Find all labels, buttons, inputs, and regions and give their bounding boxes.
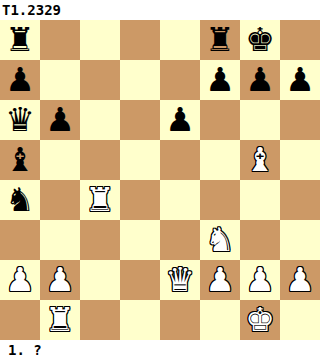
piece-black-pawn: ♟ <box>45 100 75 140</box>
square-b8[interactable] <box>40 20 80 60</box>
square-d1[interactable] <box>120 300 160 340</box>
move-prompt-text: 1. ? <box>8 342 42 358</box>
square-a5[interactable]: ♝ <box>0 140 40 180</box>
square-h2[interactable]: ♟ <box>280 260 320 300</box>
square-g6[interactable] <box>240 100 280 140</box>
square-d5[interactable] <box>120 140 160 180</box>
piece-white-queen: ♛ <box>165 260 195 300</box>
puzzle-title-text: T1.2329 <box>2 2 61 18</box>
square-d7[interactable] <box>120 60 160 100</box>
piece-white-rook: ♜ <box>45 300 75 340</box>
square-f6[interactable] <box>200 100 240 140</box>
square-h1[interactable] <box>280 300 320 340</box>
square-e8[interactable] <box>160 20 200 60</box>
square-b7[interactable] <box>40 60 80 100</box>
square-a6[interactable]: ♛ <box>0 100 40 140</box>
square-f1[interactable] <box>200 300 240 340</box>
piece-white-pawn: ♟ <box>245 260 275 300</box>
piece-black-king: ♚ <box>245 20 275 60</box>
square-f7[interactable]: ♟ <box>200 60 240 100</box>
square-b6[interactable]: ♟ <box>40 100 80 140</box>
square-h6[interactable] <box>280 100 320 140</box>
square-f5[interactable] <box>200 140 240 180</box>
square-f4[interactable] <box>200 180 240 220</box>
square-c8[interactable] <box>80 20 120 60</box>
square-f8[interactable]: ♜ <box>200 20 240 60</box>
piece-white-pawn: ♟ <box>5 260 35 300</box>
square-c6[interactable] <box>80 100 120 140</box>
square-d4[interactable] <box>120 180 160 220</box>
square-b1[interactable]: ♜ <box>40 300 80 340</box>
square-e5[interactable] <box>160 140 200 180</box>
piece-black-pawn: ♟ <box>5 60 35 100</box>
move-prompt: 1. ? <box>0 340 320 360</box>
square-c7[interactable] <box>80 60 120 100</box>
square-c2[interactable] <box>80 260 120 300</box>
square-d2[interactable] <box>120 260 160 300</box>
square-a1[interactable] <box>0 300 40 340</box>
square-b3[interactable] <box>40 220 80 260</box>
square-c1[interactable] <box>80 300 120 340</box>
square-b4[interactable] <box>40 180 80 220</box>
square-a2[interactable]: ♟ <box>0 260 40 300</box>
square-h8[interactable] <box>280 20 320 60</box>
square-a3[interactable] <box>0 220 40 260</box>
chess-board: ♜♜♚♟♟♟♟♛♟♟♝♝♞♜♞♟♟♛♟♟♟♜♚ <box>0 20 320 340</box>
square-d3[interactable] <box>120 220 160 260</box>
square-a7[interactable]: ♟ <box>0 60 40 100</box>
square-f2[interactable]: ♟ <box>200 260 240 300</box>
piece-white-pawn: ♟ <box>45 260 75 300</box>
square-c3[interactable] <box>80 220 120 260</box>
square-g2[interactable]: ♟ <box>240 260 280 300</box>
piece-black-queen: ♛ <box>5 100 35 140</box>
piece-white-king: ♚ <box>245 300 275 340</box>
square-a8[interactable]: ♜ <box>0 20 40 60</box>
piece-white-pawn: ♟ <box>285 260 315 300</box>
square-e1[interactable] <box>160 300 200 340</box>
square-e7[interactable] <box>160 60 200 100</box>
piece-black-bishop: ♝ <box>5 140 35 180</box>
square-b5[interactable] <box>40 140 80 180</box>
piece-black-knight: ♞ <box>5 180 35 220</box>
piece-white-bishop: ♝ <box>245 140 275 180</box>
square-c5[interactable] <box>80 140 120 180</box>
square-d8[interactable] <box>120 20 160 60</box>
piece-white-pawn: ♟ <box>205 260 235 300</box>
square-h7[interactable]: ♟ <box>280 60 320 100</box>
square-h5[interactable] <box>280 140 320 180</box>
square-g8[interactable]: ♚ <box>240 20 280 60</box>
square-e2[interactable]: ♛ <box>160 260 200 300</box>
piece-black-pawn: ♟ <box>205 60 235 100</box>
square-g3[interactable] <box>240 220 280 260</box>
puzzle-title: T1.2329 <box>0 0 320 20</box>
square-f3[interactable]: ♞ <box>200 220 240 260</box>
square-c4[interactable]: ♜ <box>80 180 120 220</box>
square-g5[interactable]: ♝ <box>240 140 280 180</box>
square-g4[interactable] <box>240 180 280 220</box>
piece-white-knight: ♞ <box>205 220 235 260</box>
piece-black-rook: ♜ <box>205 20 235 60</box>
piece-black-pawn: ♟ <box>165 100 195 140</box>
square-h4[interactable] <box>280 180 320 220</box>
square-b2[interactable]: ♟ <box>40 260 80 300</box>
square-h3[interactable] <box>280 220 320 260</box>
square-e4[interactable] <box>160 180 200 220</box>
piece-black-pawn: ♟ <box>285 60 315 100</box>
piece-black-rook: ♜ <box>5 20 35 60</box>
square-d6[interactable] <box>120 100 160 140</box>
square-g1[interactable]: ♚ <box>240 300 280 340</box>
square-e3[interactable] <box>160 220 200 260</box>
square-a4[interactable]: ♞ <box>0 180 40 220</box>
square-g7[interactable]: ♟ <box>240 60 280 100</box>
square-e6[interactable]: ♟ <box>160 100 200 140</box>
piece-white-rook: ♜ <box>85 180 115 220</box>
piece-black-pawn: ♟ <box>245 60 275 100</box>
